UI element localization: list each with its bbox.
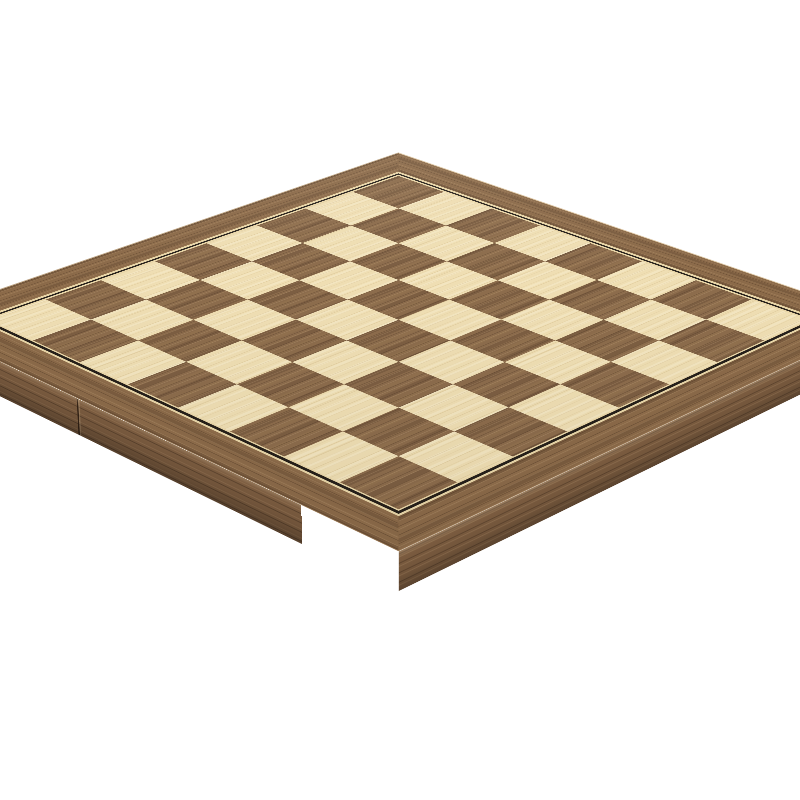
square-f1 [80, 340, 186, 384]
square-a5 [561, 362, 669, 407]
square-c3 [344, 362, 452, 407]
square-e2 [186, 340, 292, 384]
square-c4 [399, 340, 505, 384]
square-e3 [242, 320, 346, 362]
square-c5 [451, 320, 555, 362]
square-c2 [288, 384, 398, 431]
board-grid [0, 176, 800, 509]
square-b6 [555, 320, 659, 362]
square-a3 [455, 407, 567, 456]
frame-front-left [0, 307, 436, 552]
square-a2 [399, 431, 513, 482]
square-d3 [292, 340, 398, 384]
square-b3 [399, 384, 509, 431]
square-a6 [611, 340, 717, 384]
square-e1 [128, 362, 236, 407]
square-b1 [284, 431, 398, 482]
square-a7 [659, 320, 763, 362]
square-b2 [342, 407, 454, 456]
frame-front-right [361, 307, 800, 552]
fold-seam [77, 398, 81, 435]
square-g1 [33, 320, 137, 362]
product-photo-scene [0, 0, 800, 800]
square-b4 [453, 362, 561, 407]
square-d4 [346, 320, 450, 362]
square-a4 [509, 384, 619, 431]
square-d2 [236, 362, 344, 407]
square-a1 [340, 456, 457, 509]
square-c1 [230, 407, 342, 456]
board-top-surface [0, 153, 800, 552]
chessboard [0, 153, 800, 552]
square-b5 [505, 340, 611, 384]
square-d1 [178, 384, 288, 431]
square-f2 [138, 320, 242, 362]
